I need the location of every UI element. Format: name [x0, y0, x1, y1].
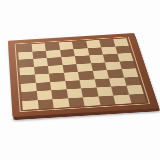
board-square: [22, 100, 38, 110]
board-perspective-wrap: [0, 0, 160, 160]
board-square: [37, 99, 53, 109]
board-square: [68, 97, 85, 107]
board-square: [52, 98, 69, 108]
product-photo-scene: [0, 0, 160, 160]
chess-board: [8, 33, 159, 117]
board-square: [128, 93, 146, 103]
board-field: [18, 38, 147, 110]
